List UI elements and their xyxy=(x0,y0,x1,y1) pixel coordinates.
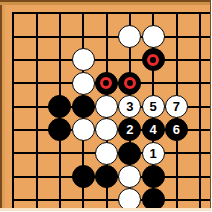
black-stone: 6 xyxy=(165,118,188,141)
black-stone xyxy=(95,72,118,95)
white-stone xyxy=(72,72,95,95)
move-number-label: 6 xyxy=(173,123,180,136)
white-stone: 7 xyxy=(165,95,188,118)
black-stone xyxy=(118,142,141,165)
white-stone xyxy=(118,25,141,48)
move-number-label: 2 xyxy=(126,123,133,136)
white-stone xyxy=(95,142,118,165)
move-number-label: 5 xyxy=(150,100,157,113)
go-board-diagram: 3572461 xyxy=(0,0,211,211)
black-stone xyxy=(72,165,95,188)
black-stone xyxy=(72,95,95,118)
black-stone xyxy=(142,165,165,188)
image-edge-right xyxy=(210,0,211,211)
circle-mark xyxy=(100,77,112,89)
black-stone xyxy=(48,95,71,118)
white-stone xyxy=(72,118,95,141)
black-stone xyxy=(118,72,141,95)
image-edge-bottom xyxy=(0,208,211,211)
board-edge-top-dark xyxy=(0,0,211,2)
white-stone xyxy=(142,25,165,48)
move-number-label: 7 xyxy=(173,100,180,113)
black-stone: 4 xyxy=(142,118,165,141)
circle-mark xyxy=(147,54,159,66)
white-stone: 3 xyxy=(118,95,141,118)
board-edge-top xyxy=(0,2,211,5)
white-stone xyxy=(95,95,118,118)
black-stone xyxy=(142,48,165,71)
move-number-label: 3 xyxy=(126,100,133,113)
board-edge-left-dark xyxy=(0,0,2,211)
board-edge-left xyxy=(2,2,5,211)
stone-layer: 3572461 xyxy=(2,2,212,212)
black-stone xyxy=(95,165,118,188)
white-stone xyxy=(118,165,141,188)
black-stone xyxy=(48,118,71,141)
white-stone xyxy=(95,118,118,141)
move-number-label: 1 xyxy=(150,147,157,160)
circle-mark xyxy=(124,77,136,89)
black-stone: 2 xyxy=(118,118,141,141)
move-number-label: 4 xyxy=(150,123,157,136)
white-stone: 1 xyxy=(142,142,165,165)
white-stone xyxy=(72,48,95,71)
white-stone: 5 xyxy=(142,95,165,118)
